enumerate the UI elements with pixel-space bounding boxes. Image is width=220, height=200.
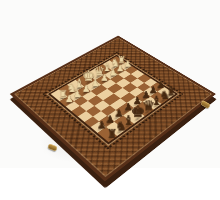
piece-black-pawn: ♟ xyxy=(97,120,106,130)
piece-white-pawn: ♟ xyxy=(73,89,82,99)
piece-white-pawn: ♟ xyxy=(91,79,99,88)
piece-white-pawn: ♟ xyxy=(82,84,91,93)
piece-white-pawn: ♟ xyxy=(124,59,132,68)
piece-white-pawn: ♟ xyxy=(109,68,117,77)
chess-board: ♜♞♝♚♛♝♞♜♟♟♟♟♟♟♟♟♟♟♟♟♟♟♟♟♜♞♝♚♛♝♞♜ xyxy=(10,36,216,182)
scene-3d: ♜♞♝♚♛♝♞♜♟♟♟♟♟♟♟♟♟♟♟♟♟♟♟♟♜♞♝♚♛♝♞♜ xyxy=(0,0,220,200)
piece-white-pawn: ♟ xyxy=(101,73,109,82)
piece-black-rook: ♜ xyxy=(107,127,118,139)
piece-white-pawn: ♟ xyxy=(65,94,74,104)
piece-white-pawn: ♟ xyxy=(117,64,125,73)
product-photo: ♜♞♝♚♛♝♞♜♟♟♟♟♟♟♟♟♟♟♟♟♟♟♟♟♜♞♝♚♛♝♞♜ xyxy=(0,0,220,200)
